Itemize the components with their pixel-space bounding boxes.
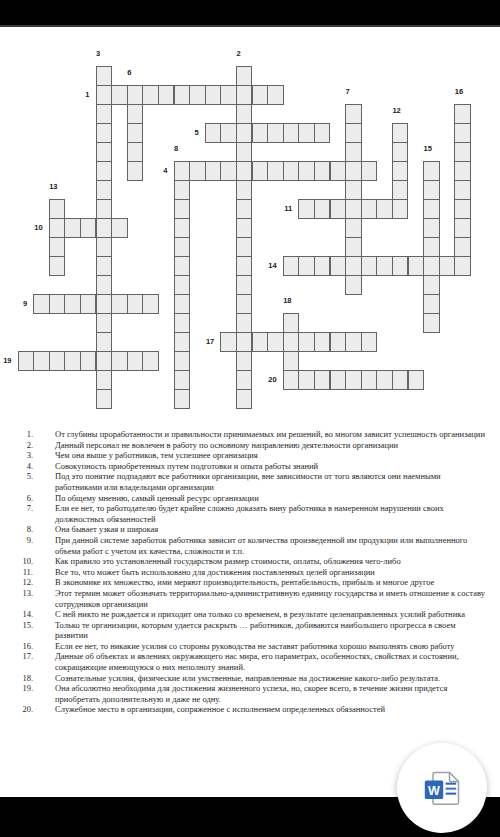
grid-cell-r9c2[interactable] [49,237,66,257]
grid-cell-r0c5[interactable] [96,66,113,86]
grid-cell-r7c28[interactable] [454,199,471,219]
grid-cell-r17c5[interactable] [96,389,113,409]
clue-row-8: 8.Она бывает узкая и широкая [0,524,500,535]
grid-cell-r7c19[interactable] [314,199,331,219]
clue-text: Она абсолютно необходима для достижения … [55,683,485,704]
grid-cell-r7c24[interactable] [392,199,409,219]
clue-text: Сознательные усилия, физические или умст… [55,673,485,684]
clue-number: 10. [0,556,33,567]
clue-text: С ней никто не рождается и приходит она … [55,609,485,620]
word-number-label-13: 13 [49,182,71,192]
grid-cell-r5c22[interactable] [361,161,378,181]
word-number-label-5: 5 [173,128,199,138]
grid-cell-r5c18[interactable] [298,161,315,181]
clue-number: 12. [0,577,33,588]
doc-line-1 [446,783,457,785]
grid-cell-r5c10[interactable] [174,161,191,181]
clue-row-11: 11.Все то, что может быть использовано д… [0,567,500,578]
grid-cell-r14c20[interactable] [330,332,347,352]
clue-text: По общему мнению, самый ценный ресурс ор… [55,493,485,504]
grid-cell-r12c2[interactable] [49,294,66,314]
grid-cell-r8c4[interactable] [80,218,97,238]
grid-cell-r16c22[interactable] [361,370,378,390]
grid-cell-r16c24[interactable] [392,370,409,390]
grid-cell-r9c21[interactable] [345,237,362,257]
clue-number: 16. [0,641,33,652]
grid-cell-r10c18[interactable] [298,256,315,276]
grid-cell-r4c24[interactable] [392,142,409,162]
clue-number: 2. [0,440,33,451]
clue-text: В экономике их множество, ими меряют про… [55,577,485,588]
grid-cell-r17c10[interactable] [174,389,191,409]
grid-cell-r10c28[interactable] [454,256,471,276]
clue-number: 20. [0,704,33,715]
grid-cell-r6c24[interactable] [392,180,409,200]
grid-cell-r5c16[interactable] [267,161,284,181]
clue-text: Данный персонал не вовлечен в работу по … [55,440,485,451]
grid-cell-r3c12[interactable] [205,123,222,143]
grid-cell-r10c24[interactable] [392,256,409,276]
clue-text: При данной системе заработок работника з… [55,535,485,556]
word-number-label-2: 2 [236,49,258,59]
grid-cell-r3c7[interactable] [127,123,144,143]
grid-cell-r9c14[interactable] [236,237,253,257]
clue-text: Совокупность приобретенных путем подгото… [55,461,485,472]
doc-line-2 [446,788,457,790]
grid-cell-r3c21[interactable] [345,123,362,143]
word-number-label-17: 17 [188,337,214,347]
grid-cell-r3c24[interactable] [392,123,409,143]
grid-cell-r17c14[interactable] [236,389,253,409]
grid-cell-r2c28[interactable] [454,104,471,124]
grid-cell-r1c12[interactable] [205,85,222,105]
grid-cell-r1c8[interactable] [142,85,159,105]
grid-cell-r7c14[interactable] [236,199,253,219]
grid-cell-r14c14[interactable] [236,332,253,352]
grid-cell-r10c26[interactable] [423,256,440,276]
grid-cell-r7c22[interactable] [361,199,378,219]
grid-cell-r7c21[interactable] [345,199,362,219]
clue-text: Чем она выше у работников, тем успешнее … [55,450,485,461]
clue-text: Под это понятие подпадают все работники … [55,471,485,492]
grid-cell-r15c10[interactable] [174,351,191,371]
clue-text: Как правило это установленный государств… [55,556,485,567]
grid-cell-r5c28[interactable] [454,161,471,181]
grid-cell-r6c26[interactable] [423,180,440,200]
grid-cell-r7c10[interactable] [174,199,191,219]
clue-number: 19. [0,683,33,694]
clue-text: Этот термин может обозначать территориал… [55,588,485,609]
word-number-label-15: 15 [424,144,446,154]
grid-cell-r10c23[interactable] [376,256,393,276]
word-number-label-11: 11 [266,204,292,214]
grid-cell-r15c7[interactable] [127,351,144,371]
clue-text: Ели ее нет, то работодателю будет крайне… [55,503,485,524]
grid-cell-r2c7[interactable] [127,104,144,124]
clue-row-10: 10.Как правило это установленный государ… [0,556,500,567]
grid-cell-r7c26[interactable] [423,199,440,219]
grid-cell-r16c25[interactable] [408,370,425,390]
clue-row-17: 17.Данные об объектах и явлениях окружаю… [0,651,500,672]
grid-cell-r13c10[interactable] [174,313,191,333]
grid-cell-r15c17[interactable] [283,351,300,371]
grid-cell-r16c19[interactable] [314,370,331,390]
clue-number: 3. [0,450,33,461]
grid-cell-r14c22[interactable] [361,332,378,352]
clue-row-6: 6.По общему мнению, самый ценный ресурс … [0,493,500,504]
grid-cell-r5c19[interactable] [314,161,331,181]
grid-cell-r13c17[interactable] [283,313,300,333]
grid-cell-r1c5[interactable] [96,85,113,105]
clue-number: 4. [0,461,33,472]
word-number-label-9: 9 [1,299,27,309]
grid-cell-r15c1[interactable] [33,351,50,371]
clue-number: 18. [0,673,33,684]
grid-cell-r9c26[interactable] [423,237,440,257]
grid-cell-r2c21[interactable] [345,104,362,124]
grid-cell-r12c6[interactable] [111,294,128,314]
grid-cell-r5c26[interactable] [423,161,440,181]
grid-cell-r8c26[interactable] [423,218,440,238]
grid-cell-r5c5[interactable] [96,161,113,181]
clue-row-3: 3.Чем она выше у работников, тем успешне… [0,450,500,461]
word-file-badge[interactable]: W [397,743,487,833]
word-number-label-12: 12 [392,106,414,116]
grid-cell-r10c25[interactable] [408,256,425,276]
clue-text: Только те организации, которым удается р… [55,620,485,641]
grid-cell-r0c14[interactable] [236,66,253,86]
grid-cell-r14c18[interactable] [298,332,315,352]
grid-cell-r3c19[interactable] [314,123,331,143]
grid-cell-r3c28[interactable] [454,123,471,143]
grid-cell-r11c21[interactable] [345,275,362,295]
grid-cell-r16c5[interactable] [96,370,113,390]
grid-cell-r12c4[interactable] [80,294,97,314]
grid-cell-r8c5[interactable] [96,218,113,238]
clue-number: 7. [0,503,33,514]
grid-cell-r5c21[interactable] [345,161,362,181]
grid-cell-r4c7[interactable] [127,142,144,162]
grid-cell-r9c10[interactable] [174,237,191,257]
grid-cell-r3c14[interactable] [236,123,253,143]
clue-list: 1.От глубины проработанности и правильно… [0,429,500,715]
grid-cell-r15c4[interactable] [80,351,97,371]
grid-cell-r10c20[interactable] [330,256,347,276]
grid-cell-r7c20[interactable] [330,199,347,219]
doc-line-3 [446,793,457,795]
grid-cell-r11c26[interactable] [423,275,440,295]
grid-cell-r12c26[interactable] [423,294,440,314]
grid-cell-r10c27[interactable] [439,256,456,276]
grid-cell-r11c5[interactable] [96,275,113,295]
grid-cell-r5c20[interactable] [330,161,347,181]
grid-cell-r1c9[interactable] [158,85,175,105]
grid-cell-r13c26[interactable] [423,313,440,333]
clue-text: От глубины проработанности и правильност… [55,429,485,440]
clue-text: Если ее нет, то никакие усилия со сторон… [55,641,485,652]
clue-row-13: 13.Этот термин может обозначать территор… [0,588,500,609]
grid-cell-r5c14[interactable] [236,161,253,181]
grid-cell-r15c0[interactable] [18,351,35,371]
grid-cell-r4c14[interactable] [236,142,253,162]
grid-cell-r8c21[interactable] [345,218,362,238]
grid-cell-r1c15[interactable] [252,85,269,105]
grid-cell-r14c17[interactable] [283,332,300,352]
grid-cell-r13c5[interactable] [96,313,113,333]
word-number-label-20: 20 [251,375,277,385]
word-number-label-8: 8 [174,144,196,154]
word-letter: W [428,784,440,798]
clue-row-4: 4.Совокупность приобретенных путем подго… [0,461,500,472]
clue-row-5: 5.Под это понятие подпадают все работник… [0,471,500,492]
grid-cell-r3c16[interactable] [267,123,284,143]
grid-cell-r6c5[interactable] [96,180,113,200]
grid-cell-r3c17[interactable] [283,123,300,143]
clue-number: 8. [0,524,33,535]
grid-cell-r11c10[interactable] [174,275,191,295]
clue-text: Все то, что может быть использовано для … [55,567,485,578]
word-number-label-6: 6 [127,68,149,78]
clue-row-19: 19.Она абсолютно необходима для достижен… [0,683,500,704]
grid-cell-r10c2[interactable] [49,256,66,276]
grid-cell-r16c20[interactable] [330,370,347,390]
clue-number: 11. [0,567,33,578]
grid-cell-r10c5[interactable] [96,256,113,276]
grid-cell-r7c23[interactable] [376,199,393,219]
grid-cell-r2c5[interactable] [96,104,113,124]
grid-cell-r5c17[interactable] [283,161,300,181]
clue-number: 15. [0,620,33,631]
grid-cell-r6c10[interactable] [174,180,191,200]
grid-cell-r9c5[interactable] [96,237,113,257]
grid-cell-r3c18[interactable] [298,123,315,143]
grid-cell-r1c13[interactable] [220,85,237,105]
clue-row-9: 9.При данной системе заработок работника… [0,535,500,556]
clue-text: Данные об объектах и явлениях окружающег… [55,651,485,672]
grid-cell-r1c6[interactable] [111,85,128,105]
grid-cell-r12c8[interactable] [142,294,159,314]
grid-cell-r1c11[interactable] [189,85,206,105]
grid-cell-r1c16[interactable] [267,85,284,105]
grid-cell-r8c10[interactable] [174,218,191,238]
grid-cell-r15c6[interactable] [111,351,128,371]
grid-cell-r5c13[interactable] [220,161,237,181]
word-number-label-7: 7 [346,87,368,97]
grid-cell-r12c5[interactable] [96,294,113,314]
grid-cell-r7c5[interactable] [96,199,113,219]
clue-number: 14. [0,609,33,620]
clue-number: 9. [0,535,33,546]
grid-cell-r16c21[interactable] [345,370,362,390]
clue-row-7: 7.Ели ее нет, то работодателю будет край… [0,503,500,524]
grid-cell-r5c24[interactable] [392,161,409,181]
word-number-label-19: 19 [0,356,12,366]
grid-cell-r4c28[interactable] [454,142,471,162]
grid-cell-r5c15[interactable] [252,161,269,181]
grid-cell-r8c28[interactable] [454,218,471,238]
clue-number: 1. [0,429,33,440]
clue-number: 6. [0,493,33,504]
clue-text: Она бывает узкая и широкая [55,524,485,535]
grid-cell-r15c8[interactable] [142,351,159,371]
grid-cell-r13c14[interactable] [236,313,253,333]
word-number-label-3: 3 [96,49,118,59]
grid-cell-r3c5[interactable] [96,123,113,143]
grid-cell-r15c14[interactable] [236,351,253,371]
grid-cell-r10c10[interactable] [174,256,191,276]
grid-cell-r8c14[interactable] [236,218,253,238]
clue-row-14: 14.С ней никто не рождается и приходит о… [0,609,500,620]
grid-cell-r1c7[interactable] [127,85,144,105]
grid-cell-r6c14[interactable] [236,180,253,200]
grid-cell-r14c5[interactable] [96,332,113,352]
word-number-label-18: 18 [283,296,305,306]
grid-cell-r8c3[interactable] [64,218,81,238]
crossword-grid: 1234567891011121314151617181920 [0,0,500,420]
grid-cell-r16c17[interactable] [283,370,300,390]
word-number-label-16: 16 [455,87,477,97]
grid-cell-r14c13[interactable] [220,332,237,352]
grid-cell-r14c21[interactable] [345,332,362,352]
grid-cell-r1c14[interactable] [236,85,253,105]
word-file-icon: W [423,770,461,806]
clue-row-15: 15.Только те организации, которым удаетс… [0,620,500,641]
screenshot-root: 1234567891011121314151617181920 1.От глу… [0,0,500,837]
clue-text: Служебное место в организации, сопряженн… [55,704,485,715]
grid-cell-r4c21[interactable] [345,142,362,162]
grid-cell-r12c1[interactable] [33,294,50,314]
grid-cell-r10c21[interactable] [345,256,362,276]
clue-row-16: 16.Если ее нет, то никакие усилия со сто… [0,641,500,652]
grid-cell-r5c11[interactable] [189,161,206,181]
grid-cell-r8c2[interactable] [49,218,66,238]
grid-cell-r4c5[interactable] [96,142,113,162]
grid-cell-r12c14[interactable] [236,294,253,314]
clue-row-18: 18.Сознательные усилия, физические или у… [0,673,500,684]
grid-cell-r16c10[interactable] [174,370,191,390]
clue-row-2: 2.Данный персонал не вовлечен в работу п… [0,440,500,451]
grid-cell-r12c3[interactable] [64,294,81,314]
grid-cell-r14c19[interactable] [314,332,331,352]
clue-number: 5. [0,471,33,482]
grid-cell-r10c17[interactable] [283,256,300,276]
grid-cell-r2c14[interactable] [236,104,253,124]
grid-cell-r16c23[interactable] [376,370,393,390]
grid-cell-r10c22[interactable] [361,256,378,276]
clue-row-20: 20.Служебное место в организации, сопряж… [0,704,500,715]
grid-cell-r3c13[interactable] [220,123,237,143]
clue-number: 13. [0,588,33,599]
grid-cell-r15c2[interactable] [49,351,66,371]
clue-row-1: 1.От глубины проработанности и правильно… [0,429,500,440]
grid-cell-r6c28[interactable] [454,180,471,200]
grid-cell-r15c3[interactable] [64,351,81,371]
word-number-label-1: 1 [64,90,90,100]
grid-cell-r5c12[interactable] [205,161,222,181]
word-number-label-4: 4 [142,166,168,176]
grid-cell-r9c28[interactable] [454,237,471,257]
grid-cell-r15c5[interactable] [96,351,113,371]
grid-cell-r8c6[interactable] [111,218,128,238]
grid-cell-r14c16[interactable] [267,332,284,352]
grid-cell-r16c18[interactable] [298,370,315,390]
grid-cell-r5c7[interactable] [127,161,144,181]
grid-cell-r1c10[interactable] [174,85,191,105]
grid-cell-r7c2[interactable] [49,199,66,219]
clue-row-12: 12.В экономике их множество, ими меряют … [0,577,500,588]
grid-cell-r3c15[interactable] [252,123,269,143]
clue-number: 17. [0,651,33,662]
grid-cell-r12c7[interactable] [127,294,144,314]
grid-cell-r11c14[interactable] [236,275,253,295]
word-number-label-10: 10 [17,223,43,233]
grid-cell-r10c19[interactable] [314,256,331,276]
word-number-label-14: 14 [251,261,277,271]
grid-cell-r14c15[interactable] [252,332,269,352]
grid-cell-r7c18[interactable] [298,199,315,219]
grid-cell-r12c10[interactable] [174,294,191,314]
grid-cell-r6c21[interactable] [345,180,362,200]
